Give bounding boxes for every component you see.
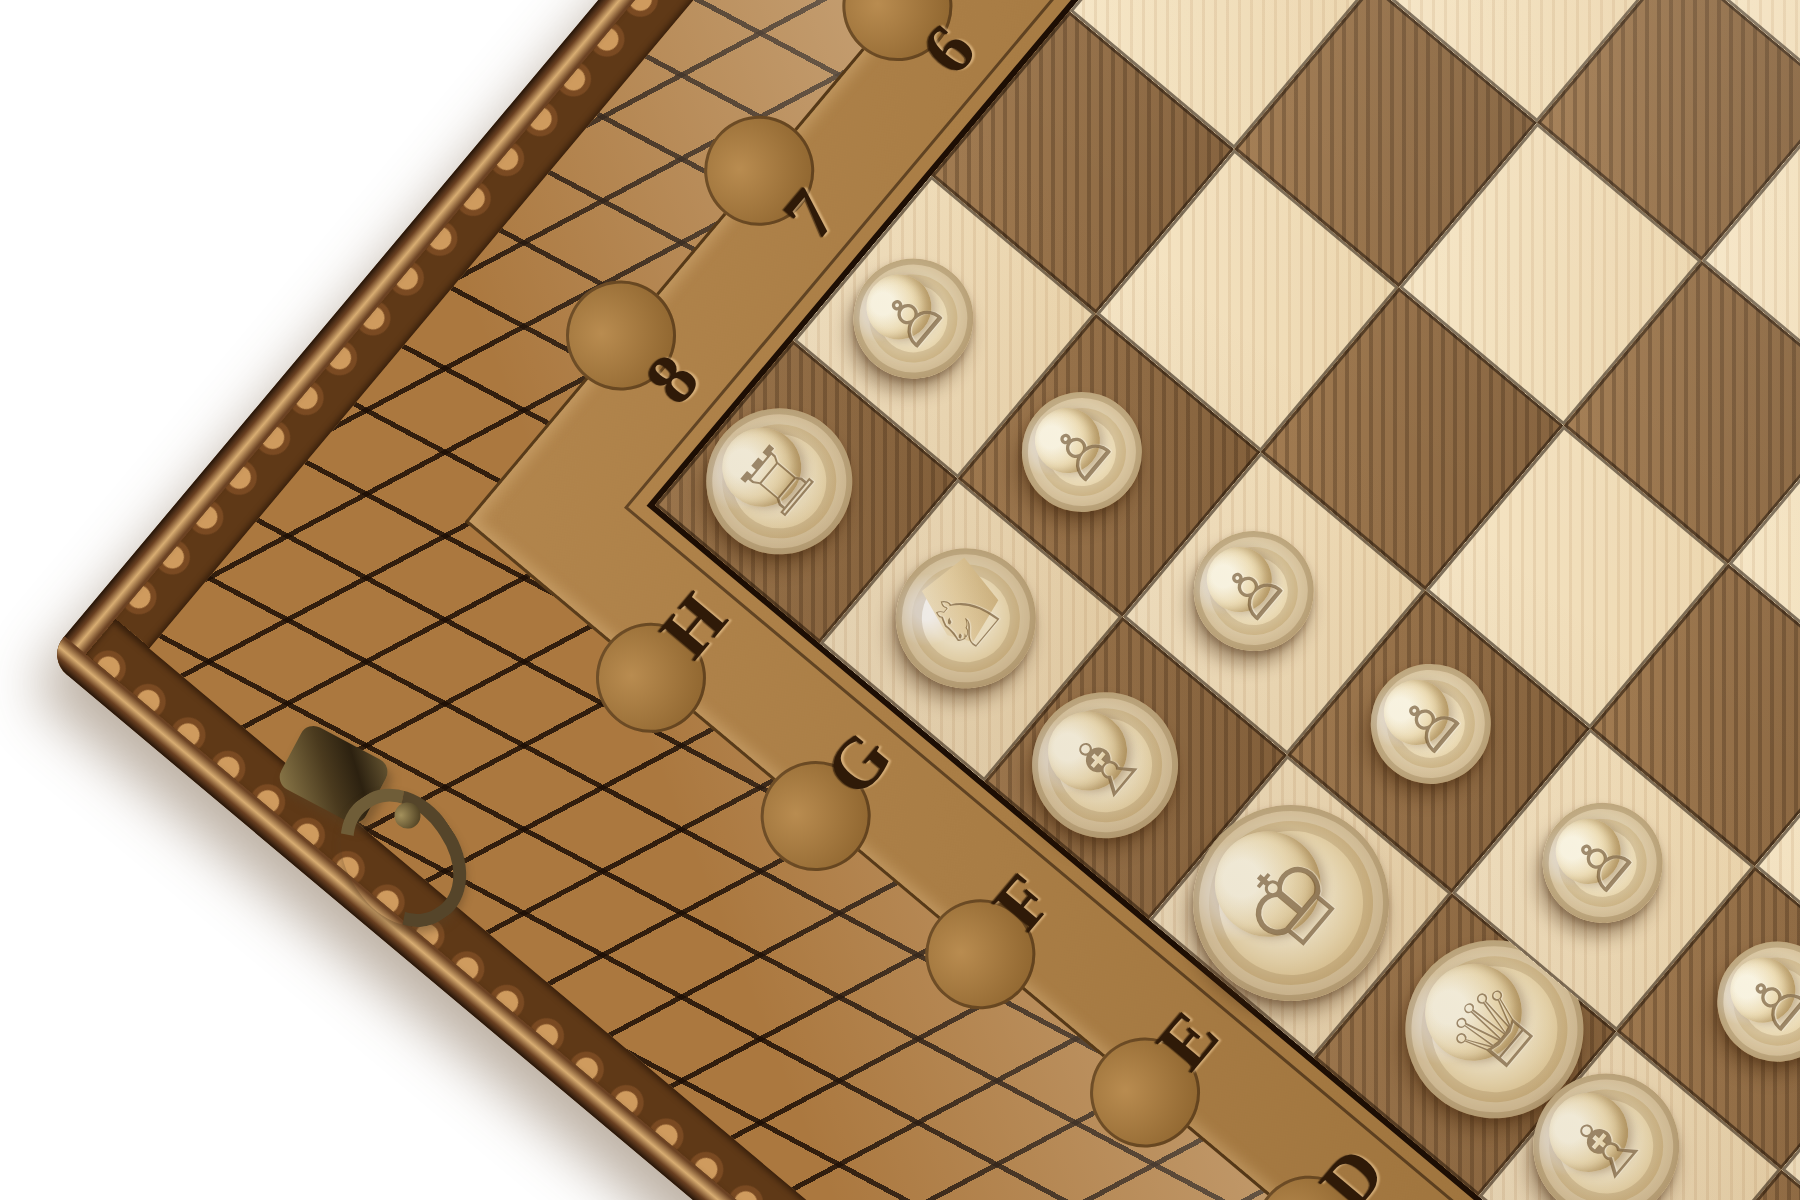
carved-wooden-frame: 876HGFED ♖♙♘♙♗♙♔♙♕♙♗♙♘ (47, 0, 1800, 1200)
pawn-glyph: ♙ (1692, 917, 1800, 1086)
pawn-glyph: ♙ (1169, 507, 1338, 676)
piece-pawn-e7[interactable]: ♙ (1346, 639, 1515, 808)
piece-pawn-d7[interactable]: ♙ (1517, 778, 1686, 947)
pawn-glyph: ♙ (1517, 778, 1686, 947)
piece-pawn-c7[interactable]: ♙ (1692, 917, 1800, 1086)
photo-stage: 876HGFED ♖♙♘♙♗♙♔♙♕♙♗♙♘ (0, 0, 1800, 1200)
piece-pawn-f7[interactable]: ♙ (1169, 507, 1338, 676)
pawn-glyph: ♙ (1346, 639, 1515, 808)
